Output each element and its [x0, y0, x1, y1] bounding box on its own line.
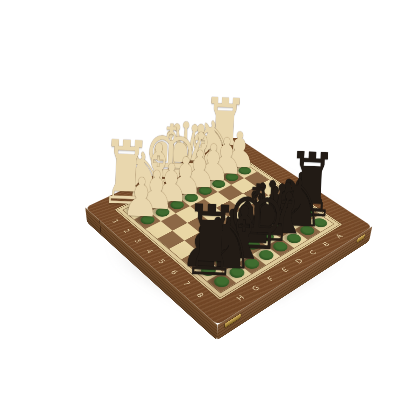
chess-board: ♜♟♟♜♞♟♟♞♝♟♟♝♛♟♟♛♚♟♟♚♝♟♟♝♞♟♟♞♜♟♟♜ ABCDEFG… — [85, 137, 372, 325]
square-h8: ♜ — [207, 272, 236, 293]
piece-glyph: ♜ — [174, 192, 247, 292]
brass-latch — [225, 313, 241, 328]
brass-hinge — [357, 234, 365, 243]
photo-stage: ♜♟♟♜♞♟♟♞♝♟♟♝♛♟♟♛♚♟♟♚♝♟♟♝♞♟♟♞♜♟♟♜ ABCDEFG… — [0, 0, 400, 400]
